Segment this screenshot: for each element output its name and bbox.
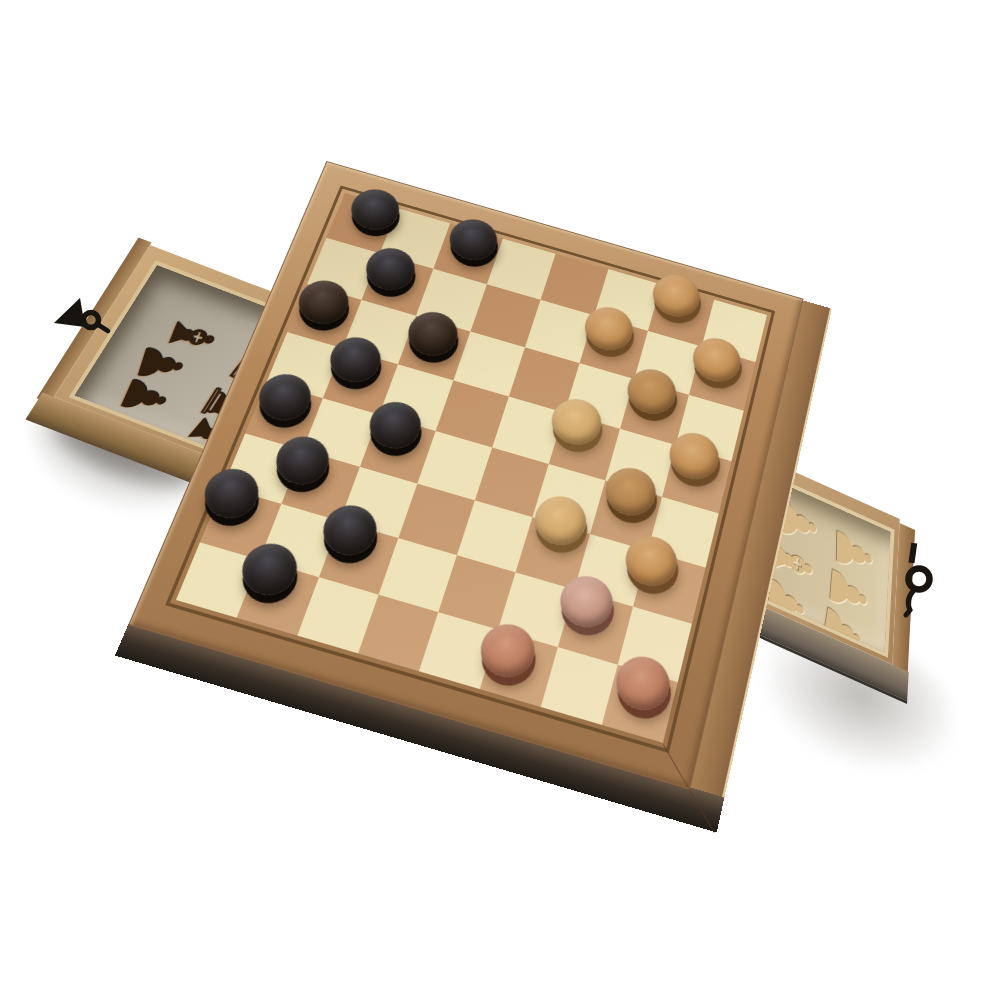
left-hook-latch-icon[interactable] <box>50 292 112 344</box>
product-photo-stage: ♚♝♛♟♜♟♝ ♟♟♟♟♝♟♟♟♟ <box>0 0 1000 1000</box>
right-hook-latch-icon[interactable] <box>893 542 945 622</box>
